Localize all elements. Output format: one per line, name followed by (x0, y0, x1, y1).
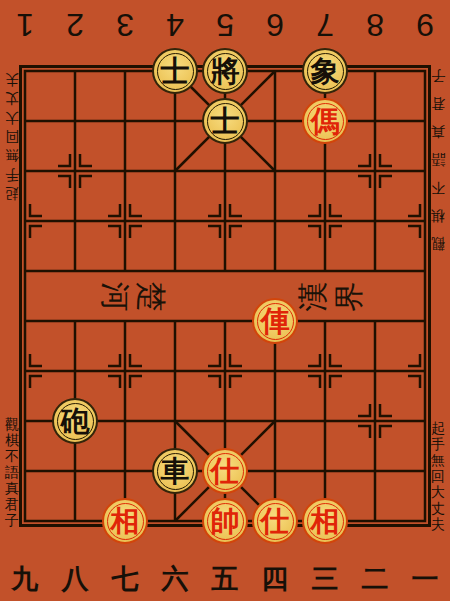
piece-red-elephant[interactable]: 相 (302, 498, 348, 544)
piece-glyph: 帥 (211, 507, 240, 536)
piece-glyph: 士 (161, 57, 190, 86)
file-label: 四 (250, 562, 300, 596)
piece-glyph: 仕 (211, 457, 240, 486)
file-label: 二 (350, 562, 400, 596)
piece-glyph: 俥 (261, 307, 290, 336)
piece-black-elephant[interactable]: 象 (302, 48, 348, 94)
file-label: 9 (400, 4, 450, 46)
file-label: 4 (150, 4, 200, 46)
file-label: 3 (100, 4, 150, 46)
piece-glyph: 相 (111, 507, 140, 536)
piece-black-advisor[interactable]: 士 (152, 48, 198, 94)
file-label: 8 (350, 4, 400, 46)
piece-black-general[interactable]: 將 (202, 48, 248, 94)
file-label: 一 (400, 562, 450, 596)
piece-red-chariot[interactable]: 俥 (252, 298, 298, 344)
file-label: 6 (250, 4, 300, 46)
piece-red-horse[interactable]: 傌 (302, 98, 348, 144)
file-label: 1 (0, 4, 50, 46)
xiangqi-board: 123456789 九八七六五四三二一 起手無回大丈夫 觀棋不語真君子 觀棋不語… (0, 0, 450, 601)
piece-red-advisor[interactable]: 仕 (202, 448, 248, 494)
piece-glyph: 傌 (311, 107, 340, 136)
file-labels-red-side: 九八七六五四三二一 (0, 562, 450, 596)
file-label: 八 (50, 562, 100, 596)
piece-glyph: 將 (211, 57, 240, 86)
file-label: 六 (150, 562, 200, 596)
piece-glyph: 車 (161, 457, 190, 486)
file-label: 九 (0, 562, 50, 596)
piece-red-advisor[interactable]: 仕 (252, 498, 298, 544)
piece-glyph: 仕 (261, 507, 290, 536)
piece-red-elephant[interactable]: 相 (102, 498, 148, 544)
file-label: 7 (300, 4, 350, 46)
file-label: 七 (100, 562, 150, 596)
piece-glyph: 相 (311, 507, 340, 536)
file-label: 2 (50, 4, 100, 46)
file-label: 五 (200, 562, 250, 596)
board-intersections[interactable]: 士將象士傌俥砲車仕相帥仕相 (0, 46, 450, 546)
piece-black-chariot[interactable]: 車 (152, 448, 198, 494)
piece-black-advisor[interactable]: 士 (202, 98, 248, 144)
piece-glyph: 士 (211, 107, 240, 136)
file-label: 三 (300, 562, 350, 596)
file-labels-black-side: 123456789 (0, 4, 450, 46)
piece-glyph: 砲 (61, 407, 90, 436)
piece-glyph: 象 (311, 57, 340, 86)
piece-red-general[interactable]: 帥 (202, 498, 248, 544)
piece-black-cannon[interactable]: 砲 (52, 398, 98, 444)
file-label: 5 (200, 4, 250, 46)
